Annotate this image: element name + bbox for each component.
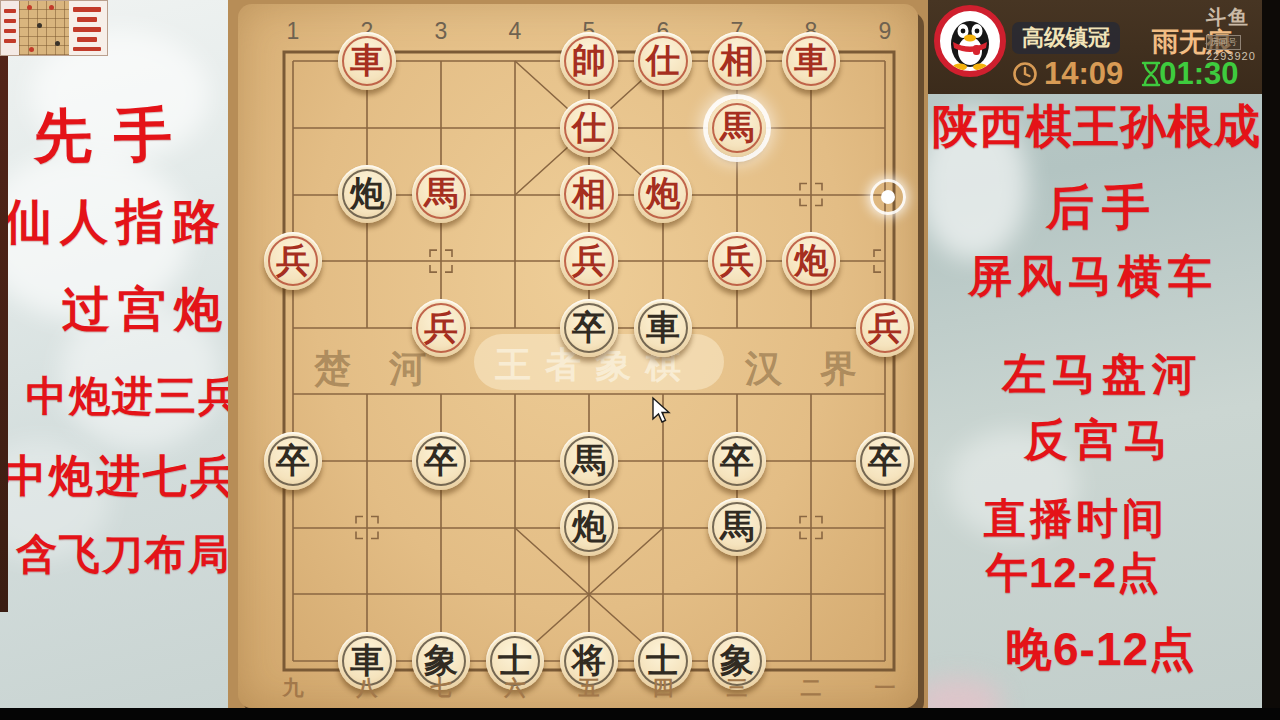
piece-black-soldier[interactable]: 卒: [560, 299, 618, 357]
preview-right-text: [69, 1, 107, 55]
streamer-header-bar: 高级镇冠 雨无痕 14:09 01:30 斗鱼 房间号 2293920: [928, 0, 1280, 94]
piece-red-chariot[interactable]: 車: [782, 32, 840, 90]
file-label: 五: [552, 674, 626, 702]
caption-schedule-title: 直播时间: [984, 498, 1168, 540]
stream-preview-thumbnail: [0, 0, 108, 56]
file-labels-bottom: 九 八 七 六 五 四 三 二 一: [256, 674, 922, 698]
file-label: 二: [774, 674, 848, 702]
file-label: 一: [848, 674, 922, 702]
piece-black-chariot[interactable]: 車: [634, 299, 692, 357]
caption-first-move: 先手: [34, 105, 195, 166]
piece-red-elephant[interactable]: 相: [560, 165, 618, 223]
piece-red-soldier[interactable]: 兵: [264, 232, 322, 290]
piece-red-cannon[interactable]: 炮: [782, 232, 840, 290]
piece-red-elephant[interactable]: 相: [708, 32, 766, 90]
right-edge-strip: [1262, 0, 1280, 720]
room-number-label: 房间号: [1206, 35, 1241, 50]
piece-black-cannon[interactable]: 炮: [560, 498, 618, 556]
file-label: 七: [404, 674, 478, 702]
clock-row: 14:09 01:30: [1012, 56, 1239, 92]
caption-second-move: 后手: [1046, 184, 1158, 232]
caption-opponent: 陕西棋王孙根成: [932, 103, 1261, 149]
piece-red-advisor[interactable]: 仕: [560, 99, 618, 157]
caption-opening-3: 中炮进三兵: [26, 376, 228, 417]
file-label: 四: [626, 674, 700, 702]
caption-schedule-noon: 午12-2点: [986, 552, 1160, 594]
piece-red-chariot[interactable]: 車: [338, 32, 396, 90]
piece-black-horse[interactable]: 馬: [708, 498, 766, 556]
file-label: 六: [478, 674, 552, 702]
piece-black-soldier[interactable]: 卒: [708, 432, 766, 490]
file-label: 九: [256, 674, 330, 702]
file-label: 八: [330, 674, 404, 702]
rank-badge: 高级镇冠: [1012, 22, 1120, 54]
caption-opening-2: 过宫炮: [62, 286, 228, 334]
qq-penguin-avatar-icon: [934, 5, 1006, 77]
game-clock: 14:09: [1044, 56, 1123, 92]
preview-left-text: [1, 1, 19, 55]
caption-opening-1: 仙人指路: [4, 198, 228, 246]
hourglass-icon: [1141, 61, 1161, 87]
preview-mini-board: [19, 1, 69, 55]
piece-red-cannon[interactable]: 炮: [634, 165, 692, 223]
bottom-letterbox: [0, 708, 1280, 720]
last-move-origin-marker: [870, 179, 906, 215]
piece-red-soldier[interactable]: 兵: [708, 232, 766, 290]
piece-red-soldier[interactable]: 兵: [412, 299, 470, 357]
stream-frame: 1 2 3 4 5 6 7 8 9: [0, 0, 1280, 720]
piece-black-cannon[interactable]: 炮: [338, 165, 396, 223]
right-caption-panel: 陕西棋王孙根成 后手 屏风马横车 左马盘河 反宫马 直播时间 午12-2点 晚6…: [928, 0, 1280, 708]
piece-red-soldier[interactable]: 兵: [856, 299, 914, 357]
mouse-cursor-icon: [650, 396, 672, 424]
piece-black-soldier[interactable]: 卒: [264, 432, 322, 490]
xiangqi-app: 1 2 3 4 5 6 7 8 9: [228, 0, 928, 720]
caption-opening-4: 中炮进七兵: [2, 454, 228, 498]
caption-opening-5: 含飞刀布局: [16, 534, 228, 575]
piece-red-horse[interactable]: 馬: [708, 99, 766, 157]
caption-schedule-night: 晚6-12点: [1006, 626, 1196, 672]
pieces-grid[interactable]: 車帥仕相車仕馬炮馬相炮兵兵兵炮兵卒車兵卒卒馬卒卒炮馬車象士将士象: [256, 28, 922, 694]
caption-defense-2: 左马盘河: [1002, 352, 1202, 396]
left-caption-panel: 先手 仙人指路 过宫炮 中炮进三兵 中炮进七兵 含飞刀布局: [0, 0, 228, 708]
caption-defense-1: 屏风马横车: [968, 254, 1218, 298]
caption-defense-3: 反宫马: [1024, 418, 1174, 462]
piece-red-general[interactable]: 帥: [560, 32, 618, 90]
piece-red-soldier[interactable]: 兵: [560, 232, 618, 290]
file-label: 三: [700, 674, 774, 702]
piece-black-soldier[interactable]: 卒: [412, 432, 470, 490]
piece-black-horse[interactable]: 馬: [560, 432, 618, 490]
piece-red-advisor[interactable]: 仕: [634, 32, 692, 90]
piece-red-horse[interactable]: 馬: [412, 165, 470, 223]
xiangqi-board[interactable]: 1 2 3 4 5 6 7 8 9: [238, 4, 918, 708]
left-edge-strip: [0, 18, 8, 612]
clock-icon: [1012, 61, 1038, 87]
piece-black-soldier[interactable]: 卒: [856, 432, 914, 490]
